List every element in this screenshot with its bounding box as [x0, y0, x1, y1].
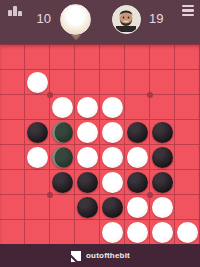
board-grid [0, 44, 200, 244]
board-cell-e2[interactable] [100, 70, 125, 95]
board-cell-a6[interactable] [0, 170, 25, 195]
board-cell-c1[interactable] [50, 45, 75, 70]
disc-flipping [52, 122, 73, 143]
board-cell-c7[interactable] [50, 195, 75, 220]
disc-white [27, 72, 48, 93]
white-player-avatar[interactable] [112, 5, 141, 34]
board-star-dot [147, 92, 153, 98]
board-cell-f2[interactable] [125, 70, 150, 95]
board-cell-d4[interactable] [75, 120, 100, 145]
disc-black [27, 122, 48, 143]
board-cell-e6[interactable] [100, 170, 125, 195]
board-cell-f5[interactable] [125, 145, 150, 170]
brand-name: outofthebit [86, 251, 130, 260]
disc-white [152, 222, 173, 243]
board-cell-c3[interactable] [50, 95, 75, 120]
board-cell-d2[interactable] [75, 70, 100, 95]
disc-black [102, 197, 123, 218]
board-cell-c5[interactable] [50, 145, 75, 170]
board-cell-a4[interactable] [0, 120, 25, 145]
disc-white [102, 147, 123, 168]
board-cell-a1[interactable] [0, 45, 25, 70]
board-cell-d5[interactable] [75, 145, 100, 170]
opponent-photo-icon [112, 5, 141, 34]
board-cell-d8[interactable] [75, 220, 100, 245]
board-cell-g6[interactable] [150, 170, 175, 195]
disc-white [102, 122, 123, 143]
board-cell-f1[interactable] [125, 45, 150, 70]
board-cell-b7[interactable] [25, 195, 50, 220]
board-cell-g7[interactable] [150, 195, 175, 220]
board-cell-a3[interactable] [0, 95, 25, 120]
board-cell-e7[interactable] [100, 195, 125, 220]
board-cell-g2[interactable] [150, 70, 175, 95]
board-cell-b5[interactable] [25, 145, 50, 170]
disc-flipping [52, 147, 73, 168]
board-cell-h6[interactable] [175, 170, 200, 195]
disc-black [77, 197, 98, 218]
board-cell-g8[interactable] [150, 220, 175, 245]
board-cell-h4[interactable] [175, 120, 200, 145]
disc-white [152, 197, 173, 218]
turn-indicator-icon [71, 35, 81, 40]
disc-white [77, 122, 98, 143]
board-cell-h2[interactable] [175, 70, 200, 95]
board-cell-c4[interactable] [50, 120, 75, 145]
disc-white [127, 222, 148, 243]
score-row: 10 1 [0, 3, 200, 35]
board-cell-a8[interactable] [0, 220, 25, 245]
disc-black [127, 172, 148, 193]
board-cell-a2[interactable] [0, 70, 25, 95]
disc-white [102, 97, 123, 118]
board-cell-c6[interactable] [50, 170, 75, 195]
board-cell-d1[interactable] [75, 45, 100, 70]
disc-white [177, 222, 198, 243]
board-cell-g4[interactable] [150, 120, 175, 145]
disc-white [77, 147, 98, 168]
board-cell-g3[interactable] [150, 95, 175, 120]
board-cell-b3[interactable] [25, 95, 50, 120]
board-cell-f6[interactable] [125, 170, 150, 195]
disc-black [152, 172, 173, 193]
disc-white [102, 172, 123, 193]
disc-white [127, 147, 148, 168]
disc-white [102, 222, 123, 243]
board-cell-e1[interactable] [100, 45, 125, 70]
board-cell-g1[interactable] [150, 45, 175, 70]
board-cell-a7[interactable] [0, 195, 25, 220]
black-player-avatar[interactable] [60, 4, 91, 35]
board-cell-f7[interactable] [125, 195, 150, 220]
board-cell-f4[interactable] [125, 120, 150, 145]
board-cell-g5[interactable] [150, 145, 175, 170]
board-cell-c8[interactable] [50, 220, 75, 245]
disc-black [127, 122, 148, 143]
board-cell-e5[interactable] [100, 145, 125, 170]
board-star-dot [47, 92, 53, 98]
board-cell-d6[interactable] [75, 170, 100, 195]
board-cell-b1[interactable] [25, 45, 50, 70]
board-cell-e4[interactable] [100, 120, 125, 145]
disc-black [52, 172, 73, 193]
black-player-score: 10 [37, 3, 51, 35]
board-star-dot [47, 192, 53, 198]
board-cell-h5[interactable] [175, 145, 200, 170]
board-cell-h1[interactable] [175, 45, 200, 70]
board-cell-h3[interactable] [175, 95, 200, 120]
reversi-app-screen: 10 1 [0, 0, 200, 267]
board-cell-e8[interactable] [100, 220, 125, 245]
disc-black [77, 172, 98, 193]
board-cell-d7[interactable] [75, 195, 100, 220]
outofthebit-logo-icon [70, 250, 82, 262]
top-bar: 10 1 [0, 0, 200, 44]
board-cell-c2[interactable] [50, 70, 75, 95]
board-cell-a5[interactable] [0, 145, 25, 170]
board-cell-d3[interactable] [75, 95, 100, 120]
board-cell-e3[interactable] [100, 95, 125, 120]
board-cell-b6[interactable] [25, 170, 50, 195]
disc-white [27, 147, 48, 168]
board-cell-h8[interactable] [175, 220, 200, 245]
disc-white [77, 97, 98, 118]
white-player-score: 19 [149, 3, 163, 35]
board-cell-b8[interactable] [25, 220, 50, 245]
disc-white [52, 97, 73, 118]
board-cell-b2[interactable] [25, 70, 50, 95]
board-cell-b4[interactable] [25, 120, 50, 145]
board-star-dot [147, 192, 153, 198]
disc-white [127, 197, 148, 218]
footer-bar: outofthebit [0, 244, 200, 267]
default-avatar-icon [60, 4, 91, 35]
board-cell-f3[interactable] [125, 95, 150, 120]
disc-black [152, 122, 173, 143]
disc-black [152, 147, 173, 168]
board-cell-f8[interactable] [125, 220, 150, 245]
board-cell-h7[interactable] [175, 195, 200, 220]
